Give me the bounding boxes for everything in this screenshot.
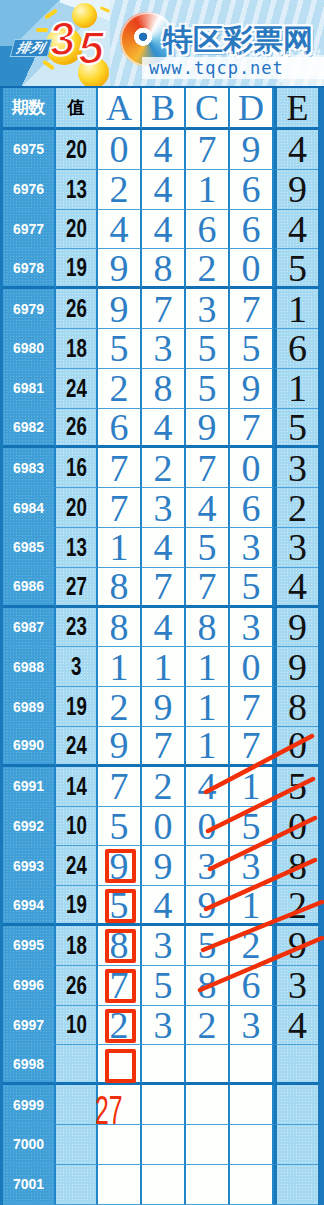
digit-cell-D xyxy=(230,1125,274,1165)
cell-text: 6 xyxy=(242,489,261,527)
cell-text: 9 xyxy=(154,847,173,885)
digit-cell-C: 4 xyxy=(186,767,230,807)
digit-cell-D: 2 xyxy=(230,926,274,966)
digit-cell-A: 1 xyxy=(98,647,142,687)
cell-text: 2 xyxy=(242,926,261,964)
cell-text: 8 xyxy=(198,966,217,1004)
cell-text: 5 xyxy=(288,408,307,446)
period-cell: 6984 xyxy=(3,488,56,528)
digit-cell-A xyxy=(98,1165,142,1205)
digit-cell-B: 2 xyxy=(142,448,186,488)
period-cell: 6997 xyxy=(3,1006,56,1046)
value-cell xyxy=(56,1045,98,1085)
digit-cell-B xyxy=(142,1045,186,1085)
cell-text: 2 xyxy=(198,249,217,287)
cell-text: 4 xyxy=(154,528,173,566)
digit-cell-A: 9 xyxy=(98,727,142,767)
cell-text: 4 xyxy=(198,767,217,805)
digit-cell-B: 4 xyxy=(142,528,186,568)
digit-cell-E: 5 xyxy=(274,249,318,289)
cell-text: 4 xyxy=(110,210,129,248)
cell-text: 1 xyxy=(198,648,217,686)
digit-cell-B: 8 xyxy=(142,369,186,409)
period-cell: 6998 xyxy=(3,1045,56,1085)
cell-text: 7 xyxy=(198,449,217,487)
cell-text: 6978 xyxy=(13,260,44,276)
cell-text: 10 xyxy=(66,810,87,841)
cell-text: 6 xyxy=(288,329,307,367)
digit-cell-E xyxy=(274,1125,318,1165)
period-cell: 7001 xyxy=(3,1165,56,1205)
cell-text: 5 xyxy=(198,926,217,964)
cell-text: 1 xyxy=(154,648,173,686)
cell-text: 6983 xyxy=(13,460,44,476)
digit-cell-B: 4 xyxy=(142,608,186,648)
red-box-annotation xyxy=(105,889,136,923)
cell-text: 3 xyxy=(198,847,217,885)
cell-text: 6979 xyxy=(13,301,44,317)
cell-text: 7 xyxy=(242,408,261,446)
digit-cell-B: 5 xyxy=(142,966,186,1006)
period-cell: 6995 xyxy=(3,926,56,966)
cell-text: 0 xyxy=(110,130,129,168)
digit-cell-A: 9 xyxy=(98,289,142,329)
value-cell: 19 xyxy=(56,249,98,289)
cell-text: 8 xyxy=(198,608,217,646)
digit-cell-D: 1 xyxy=(230,767,274,807)
cell-text: 27 xyxy=(66,571,87,602)
cell-text: 7 xyxy=(154,290,173,328)
cell-text: 14 xyxy=(66,771,87,802)
value-cell: 26 xyxy=(56,409,98,449)
cell-text: 6982 xyxy=(13,419,44,435)
digit-cell-E: 2 xyxy=(274,886,318,926)
cell-text: 9 xyxy=(110,249,129,287)
digit-cell-C: 7 xyxy=(186,568,230,608)
digit-cell-E: 5 xyxy=(274,767,318,807)
cell-text: 7000 xyxy=(13,1136,44,1152)
value-cell xyxy=(56,1165,98,1205)
digit-cell-E: 4 xyxy=(274,1006,318,1046)
cell-text: 5 xyxy=(198,528,217,566)
cell-text: 3 xyxy=(288,449,307,487)
digit-cell-A: 5 xyxy=(98,807,142,847)
digit-cell-B: 3 xyxy=(142,488,186,528)
cell-text: 8 xyxy=(154,369,173,407)
digit-cell-A: 7 xyxy=(98,448,142,488)
cell-text: 6988 xyxy=(13,659,44,675)
period-cell: 6989 xyxy=(3,687,56,727)
value-cell: 23 xyxy=(56,608,98,648)
digit-cell-C: 3 xyxy=(186,289,230,329)
digit-cell-A: 2 xyxy=(98,687,142,727)
cell-text: 8 xyxy=(154,249,173,287)
digit-cell-B: 4 xyxy=(142,130,186,170)
digit-cell-B: 3 xyxy=(142,1006,186,1046)
digit-cell-C xyxy=(186,1165,230,1205)
digit-cell-C: 5 xyxy=(186,528,230,568)
logo-ribbon: 排列 xyxy=(10,39,52,57)
cell-text: 4 xyxy=(154,608,173,646)
period-cell: 6993 xyxy=(3,846,56,886)
period-cell: 6978 xyxy=(3,249,56,289)
column-header-period: 期数 xyxy=(3,88,56,130)
digit-cell-B: 0 xyxy=(142,807,186,847)
cell-text: 0 xyxy=(242,648,261,686)
value-cell xyxy=(56,1085,98,1125)
digit-cell-C: 6 xyxy=(186,210,230,250)
digit-cell-A: 6 xyxy=(98,409,142,449)
digit-cell-C: 5 xyxy=(186,369,230,409)
digit-cell-C: 9 xyxy=(186,886,230,926)
cell-text: 6999 xyxy=(13,1097,44,1113)
cell-text: 1 xyxy=(242,767,261,805)
digit-cell-B: 2 xyxy=(142,767,186,807)
logo-digit-3: 3 xyxy=(47,14,78,63)
cell-text: 5 xyxy=(110,329,129,367)
digit-cell-E: 0 xyxy=(274,727,318,767)
cell-text: 1 xyxy=(288,369,307,407)
cell-text: 4 xyxy=(288,130,307,168)
digit-cell-A: 1 xyxy=(98,528,142,568)
cell-text: 7 xyxy=(242,726,261,764)
cell-text: 3 xyxy=(154,489,173,527)
digit-cell-D: 0 xyxy=(230,249,274,289)
digit-cell-A: 5 xyxy=(98,329,142,369)
period-cell: 6996 xyxy=(3,966,56,1006)
value-cell: 24 xyxy=(56,369,98,409)
cell-text: 2 xyxy=(110,170,129,208)
digit-cell-E xyxy=(274,1165,318,1205)
trend-table: 期数值ABCDE69752004794697613241696977204466… xyxy=(0,88,324,1205)
digit-cell-C xyxy=(186,1085,230,1125)
digit-cell-C: 1 xyxy=(186,687,230,727)
digit-cell-E xyxy=(274,1085,318,1125)
period-cell: 6988 xyxy=(3,647,56,687)
period-cell: 6991 xyxy=(3,767,56,807)
digit-cell-B: 9 xyxy=(142,687,186,727)
digit-cell-D: 9 xyxy=(230,130,274,170)
cell-text: 0 xyxy=(198,807,217,845)
digit-cell-E: 8 xyxy=(274,846,318,886)
digit-cell-E: 9 xyxy=(274,170,318,210)
value-cell: 16 xyxy=(56,448,98,488)
digit-cell-B xyxy=(142,1165,186,1205)
digit-cell-C: 8 xyxy=(186,608,230,648)
cell-text: 18 xyxy=(66,930,87,961)
period-cell: 6975 xyxy=(3,130,56,170)
cell-text: 9 xyxy=(288,608,307,646)
cell-text: 6976 xyxy=(13,181,44,197)
cell-text: 13 xyxy=(66,532,87,563)
cell-text: 6990 xyxy=(13,737,44,753)
cell-text: 2 xyxy=(110,369,129,407)
digit-cell-C: 4 xyxy=(186,488,230,528)
period-cell: 6986 xyxy=(3,568,56,608)
cell-text: 1 xyxy=(242,886,261,924)
cell-text: 6977 xyxy=(13,221,44,237)
period-cell: 6985 xyxy=(3,528,56,568)
digit-cell-D: 5 xyxy=(230,568,274,608)
digit-cell-E: 6 xyxy=(274,329,318,369)
cell-text: 6 xyxy=(242,210,261,248)
period-cell: 6994 xyxy=(3,886,56,926)
cell-text: 16 xyxy=(66,452,87,483)
logo-text: 排列 xyxy=(15,39,47,57)
sparkle-icon xyxy=(36,28,48,32)
cell-text: 3 xyxy=(71,651,81,682)
period-cell: 6990 xyxy=(3,727,56,767)
digit-cell-B: 4 xyxy=(142,210,186,250)
digit-cell-C: 8 xyxy=(186,966,230,1006)
cell-text: 1 xyxy=(198,170,217,208)
period-cell: 7000 xyxy=(3,1125,56,1165)
cell-text: 2 xyxy=(154,449,173,487)
value-cell xyxy=(56,1125,98,1165)
red-box-annotation xyxy=(105,1049,136,1083)
cell-text: 4 xyxy=(288,567,307,605)
digit-cell-A: 4 xyxy=(98,210,142,250)
cell-text: 5 xyxy=(288,767,307,805)
cell-text: 24 xyxy=(66,850,87,881)
digit-cell-E: 3 xyxy=(274,528,318,568)
cell-text: 20 xyxy=(66,492,87,523)
value-cell: 20 xyxy=(56,488,98,528)
cell-text: 6991 xyxy=(13,778,44,794)
cell-text: 20 xyxy=(66,213,87,244)
digit-cell-D: 3 xyxy=(230,846,274,886)
cell-text: 9 xyxy=(110,290,129,328)
cell-text: 6994 xyxy=(13,897,44,913)
cell-text: 5 xyxy=(198,329,217,367)
digit-cell-B: 7 xyxy=(142,568,186,608)
digit-cell-B: 3 xyxy=(142,926,186,966)
digit-cell-E: 3 xyxy=(274,448,318,488)
column-header-label: D xyxy=(238,90,264,126)
digit-cell-E: 1 xyxy=(274,289,318,329)
cell-text: 7 xyxy=(198,130,217,168)
cell-text: 5 xyxy=(242,567,261,605)
digit-cell-D: 7 xyxy=(230,289,274,329)
period-cell: 6999 xyxy=(3,1085,56,1125)
logo-digit-5: 5 xyxy=(78,24,104,71)
value-cell: 20 xyxy=(56,130,98,170)
cell-text: 6984 xyxy=(13,500,44,516)
period-cell: 6980 xyxy=(3,329,56,369)
digit-cell-A: 2 xyxy=(98,170,142,210)
digit-cell-D: 7 xyxy=(230,727,274,767)
cell-text: 9 xyxy=(198,408,217,446)
column-header-label: 值 xyxy=(68,96,85,119)
cell-text: 6 xyxy=(110,408,129,446)
digit-cell-E: 9 xyxy=(274,647,318,687)
cell-text: 1 xyxy=(288,290,307,328)
value-cell: 24 xyxy=(56,727,98,767)
digit-cell-E: 3 xyxy=(274,966,318,1006)
digit-cell-D: 3 xyxy=(230,608,274,648)
cell-text: 3 xyxy=(242,1006,261,1044)
cell-text: 26 xyxy=(66,293,87,324)
column-header-label: C xyxy=(195,90,219,126)
cell-text: 24 xyxy=(66,730,87,761)
digit-cell-C xyxy=(186,1125,230,1165)
digit-cell-B xyxy=(142,1085,186,1125)
cell-text: 2 xyxy=(288,489,307,527)
cell-text: 0 xyxy=(288,807,307,845)
digit-cell-B: 4 xyxy=(142,886,186,926)
digit-cell-A: 2 xyxy=(98,369,142,409)
digit-cell-B: 4 xyxy=(142,170,186,210)
value-cell: 26 xyxy=(56,289,98,329)
period-cell: 6976 xyxy=(3,170,56,210)
value-cell: 19 xyxy=(56,886,98,926)
cell-text: 8 xyxy=(110,608,129,646)
digit-cell-C: 3 xyxy=(186,846,230,886)
cell-text: 6975 xyxy=(13,141,44,157)
cell-text: 4 xyxy=(154,210,173,248)
value-cell: 3 xyxy=(56,647,98,687)
cell-text: 9 xyxy=(288,170,307,208)
cell-text: 1 xyxy=(198,688,217,726)
digit-cell-D: 7 xyxy=(230,687,274,727)
cell-text: 7 xyxy=(110,489,129,527)
value-cell: 19 xyxy=(56,687,98,727)
cell-text: 2 xyxy=(198,1006,217,1044)
value-cell: 20 xyxy=(56,210,98,250)
cell-text: 7 xyxy=(110,767,129,805)
cell-text: 3 xyxy=(242,847,261,885)
column-header-E: E xyxy=(274,88,318,130)
cell-text: 7 xyxy=(154,567,173,605)
cell-text: 6 xyxy=(242,966,261,1004)
cell-text: 6995 xyxy=(13,937,44,953)
value-cell: 14 xyxy=(56,767,98,807)
digit-cell-C: 5 xyxy=(186,329,230,369)
cell-text: 6 xyxy=(242,170,261,208)
cell-text: 9 xyxy=(242,369,261,407)
cell-text: 4 xyxy=(288,1006,307,1044)
cell-text: 8 xyxy=(288,847,307,885)
digit-cell-E: 1 xyxy=(274,369,318,409)
digit-cell-B: 8 xyxy=(142,249,186,289)
cell-text: 4 xyxy=(154,408,173,446)
digit-cell-E: 4 xyxy=(274,568,318,608)
cell-text: 5 xyxy=(242,807,261,845)
digit-cell-E xyxy=(274,1045,318,1085)
cell-text: 6989 xyxy=(13,699,44,715)
digit-cell-B: 7 xyxy=(142,727,186,767)
cell-text: 4 xyxy=(154,170,173,208)
cell-text: 13 xyxy=(66,174,87,205)
cell-text: 5 xyxy=(242,329,261,367)
cell-text: 3 xyxy=(154,329,173,367)
digit-cell-D: 6 xyxy=(230,488,274,528)
column-header-label: 期数 xyxy=(12,96,46,119)
banner: 排列 3 5 特区彩票网 www.tqcp.net www.tqcp.net xyxy=(0,0,324,88)
cell-text: 0 xyxy=(288,726,307,764)
cell-text: 7001 xyxy=(13,1176,44,1192)
cell-text: 3 xyxy=(198,290,217,328)
digit-cell-D: 0 xyxy=(230,647,274,687)
column-header-label: E xyxy=(287,90,309,126)
digit-cell-D: 3 xyxy=(230,1006,274,1046)
cell-text: 6998 xyxy=(13,1056,44,1072)
column-header-D: D xyxy=(230,88,274,130)
cell-text: 19 xyxy=(66,889,87,920)
cell-text: 6 xyxy=(198,210,217,248)
digit-cell-D xyxy=(230,1085,274,1125)
digit-cell-D: 0 xyxy=(230,448,274,488)
digit-cell-B: 4 xyxy=(142,409,186,449)
cell-text: 9 xyxy=(110,726,129,764)
value-cell: 27 xyxy=(56,568,98,608)
cell-text: 6993 xyxy=(13,858,44,874)
value-cell: 18 xyxy=(56,329,98,369)
cell-text: 3 xyxy=(242,528,261,566)
digit-cell-C: 1 xyxy=(186,170,230,210)
cell-text: 4 xyxy=(288,210,307,248)
cell-text: 4 xyxy=(198,489,217,527)
digit-cell-B: 3 xyxy=(142,329,186,369)
cell-text: 6992 xyxy=(13,818,44,834)
value-cell: 10 xyxy=(56,807,98,847)
digit-cell-C: 7 xyxy=(186,130,230,170)
digit-cell-C xyxy=(186,1045,230,1085)
cell-text: 5 xyxy=(154,966,173,1004)
lottery-trend-chart: 排列 3 5 特区彩票网 www.tqcp.net www.tqcp.net 期… xyxy=(0,0,324,1205)
cell-text: 1 xyxy=(110,648,129,686)
cell-text: 1 xyxy=(198,726,217,764)
cell-text: 2 xyxy=(110,688,129,726)
cell-text: 23 xyxy=(66,611,87,642)
period-cell: 6987 xyxy=(3,608,56,648)
cell-text: 6986 xyxy=(13,578,44,594)
digit-cell-D: 6 xyxy=(230,210,274,250)
column-header-A: A xyxy=(98,88,142,130)
cell-text: 18 xyxy=(66,333,87,364)
digit-cell-B: 9 xyxy=(142,846,186,886)
cell-text: 9 xyxy=(154,688,173,726)
period-cell: 6977 xyxy=(3,210,56,250)
digit-cell-C: 2 xyxy=(186,1006,230,1046)
cell-text: 7 xyxy=(198,567,217,605)
cell-text: 3 xyxy=(242,608,261,646)
period-cell: 6982 xyxy=(3,409,56,449)
digit-cell-D: 1 xyxy=(230,886,274,926)
digit-cell-B: 1 xyxy=(142,647,186,687)
cell-text: 6997 xyxy=(13,1017,44,1033)
digit-cell-C: 5 xyxy=(186,926,230,966)
cell-text: 8 xyxy=(288,688,307,726)
red-box-annotation xyxy=(105,969,136,1003)
value-cell: 26 xyxy=(56,966,98,1006)
cell-text: 6981 xyxy=(13,380,44,396)
cell-text: 9 xyxy=(198,886,217,924)
cell-text: 26 xyxy=(66,411,87,442)
cell-text: 3 xyxy=(154,926,173,964)
digit-cell-D xyxy=(230,1165,274,1205)
cell-text: 10 xyxy=(66,1009,87,1040)
cell-text: 19 xyxy=(66,691,87,722)
digit-cell-A: 8 xyxy=(98,608,142,648)
digit-cell-D: 7 xyxy=(230,409,274,449)
cell-text: 5 xyxy=(198,369,217,407)
column-header-C: C xyxy=(186,88,230,130)
cell-text: 7 xyxy=(242,688,261,726)
cell-text: 4 xyxy=(154,886,173,924)
period-cell: 6983 xyxy=(3,448,56,488)
column-header-value: 值 xyxy=(56,88,98,130)
